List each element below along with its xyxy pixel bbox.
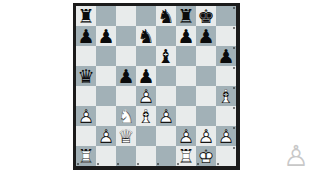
square-b1[interactable] (96, 146, 116, 166)
black-pawn: ♟ (216, 46, 236, 66)
square-c2[interactable]: ♛♕ (116, 126, 136, 146)
square-h1[interactable] (216, 146, 236, 166)
black-pawn: ♟ (136, 66, 156, 86)
square-b5[interactable] (96, 66, 116, 86)
black-knight: ♞ (136, 26, 156, 46)
square-h5[interactable] (216, 66, 236, 86)
square-e5[interactable] (156, 66, 176, 86)
square-e7[interactable] (156, 26, 176, 46)
square-h8[interactable] (216, 6, 236, 26)
square-e3[interactable]: ♟♙ (156, 106, 176, 126)
square-c5[interactable]: ♟ (116, 66, 136, 86)
square-h6[interactable]: ♟ (216, 46, 236, 66)
black-rook: ♜ (176, 6, 196, 26)
black-bishop: ♝ (156, 46, 176, 66)
white-pawn: ♟♙ (76, 106, 96, 126)
square-d8[interactable] (136, 6, 156, 26)
square-f7[interactable]: ♟ (176, 26, 196, 46)
white-king: ♚♔ (196, 146, 216, 166)
square-g6[interactable] (196, 46, 216, 66)
square-f6[interactable] (176, 46, 196, 66)
square-d6[interactable] (136, 46, 156, 66)
white-pawn: ♟♙ (156, 106, 176, 126)
white-bishop: ♝♗ (136, 106, 156, 126)
square-d4[interactable]: ♟♙ (136, 86, 156, 106)
black-rook: ♜ (76, 6, 96, 26)
square-b8[interactable] (96, 6, 116, 26)
square-g3[interactable] (196, 106, 216, 126)
square-d2[interactable] (136, 126, 156, 146)
square-a1[interactable]: ♜♖ (76, 146, 96, 166)
black-pawn: ♟ (96, 26, 116, 46)
square-b2[interactable]: ♟♙ (96, 126, 116, 146)
white-pawn: ♟♙ (196, 126, 216, 146)
square-g8[interactable]: ♚ (196, 6, 216, 26)
chess-board: ♜♞♜♚♟♟♞♟♟♝♟♛♟♟♟♙♝♗♟♙♞♘♝♗♟♙♟♙♛♕♟♙♟♙♟♙♜♖♜♖… (73, 3, 240, 170)
square-g7[interactable]: ♟ (196, 26, 216, 46)
white-rook: ♜♖ (176, 146, 196, 166)
white-knight: ♞♘ (116, 106, 136, 126)
square-f8[interactable]: ♜ (176, 6, 196, 26)
square-f4[interactable] (176, 86, 196, 106)
square-f3[interactable] (176, 106, 196, 126)
square-g4[interactable] (196, 86, 216, 106)
square-c7[interactable] (116, 26, 136, 46)
square-c3[interactable]: ♞♘ (116, 106, 136, 126)
square-d1[interactable] (136, 146, 156, 166)
square-h4[interactable]: ♝♗ (216, 86, 236, 106)
black-queen: ♛ (76, 66, 96, 86)
square-d7[interactable]: ♞ (136, 26, 156, 46)
white-pawn-icon: ♙ (283, 139, 309, 173)
square-h2[interactable]: ♟♙ (216, 126, 236, 146)
square-c6[interactable] (116, 46, 136, 66)
square-h3[interactable] (216, 106, 236, 126)
square-a4[interactable] (76, 86, 96, 106)
black-pawn: ♟ (176, 26, 196, 46)
white-bishop: ♝♗ (216, 86, 236, 106)
board-grid: ♜♞♜♚♟♟♞♟♟♝♟♛♟♟♟♙♝♗♟♙♞♘♝♗♟♙♟♙♛♕♟♙♟♙♟♙♜♖♜♖… (76, 6, 236, 166)
square-a6[interactable] (76, 46, 96, 66)
square-h7[interactable] (216, 26, 236, 46)
black-pawn: ♟ (76, 26, 96, 46)
white-queen: ♛♕ (116, 126, 136, 146)
square-b7[interactable]: ♟ (96, 26, 116, 46)
square-e2[interactable] (156, 126, 176, 146)
square-d5[interactable]: ♟ (136, 66, 156, 86)
square-b6[interactable] (96, 46, 116, 66)
square-a7[interactable]: ♟ (76, 26, 96, 46)
square-f5[interactable] (176, 66, 196, 86)
page: ♜♞♜♚♟♟♞♟♟♝♟♛♟♟♟♙♝♗♟♙♞♘♝♗♟♙♟♙♛♕♟♙♟♙♟♙♜♖♜♖… (0, 0, 320, 180)
square-f2[interactable]: ♟♙ (176, 126, 196, 146)
square-c8[interactable] (116, 6, 136, 26)
black-pawn: ♟ (116, 66, 136, 86)
square-a2[interactable] (76, 126, 96, 146)
square-g5[interactable] (196, 66, 216, 86)
square-a3[interactable]: ♟♙ (76, 106, 96, 126)
white-pawn: ♟♙ (136, 86, 156, 106)
white-pawn: ♟♙ (216, 126, 236, 146)
square-e8[interactable]: ♞ (156, 6, 176, 26)
square-c1[interactable] (116, 146, 136, 166)
white-rook: ♜♖ (76, 146, 96, 166)
square-b4[interactable] (96, 86, 116, 106)
square-b3[interactable] (96, 106, 116, 126)
black-king: ♚ (196, 6, 216, 26)
black-knight: ♞ (156, 6, 176, 26)
square-c4[interactable] (116, 86, 136, 106)
black-pawn: ♟ (196, 26, 216, 46)
square-e4[interactable] (156, 86, 176, 106)
square-f1[interactable]: ♜♖ (176, 146, 196, 166)
square-g2[interactable]: ♟♙ (196, 126, 216, 146)
square-a8[interactable]: ♜ (76, 6, 96, 26)
square-e1[interactable] (156, 146, 176, 166)
square-d3[interactable]: ♝♗ (136, 106, 156, 126)
square-a5[interactable]: ♛ (76, 66, 96, 86)
white-pawn: ♟♙ (96, 126, 116, 146)
white-pawn: ♟♙ (176, 126, 196, 146)
square-g1[interactable]: ♚♔ (196, 146, 216, 166)
square-e6[interactable]: ♝ (156, 46, 176, 66)
